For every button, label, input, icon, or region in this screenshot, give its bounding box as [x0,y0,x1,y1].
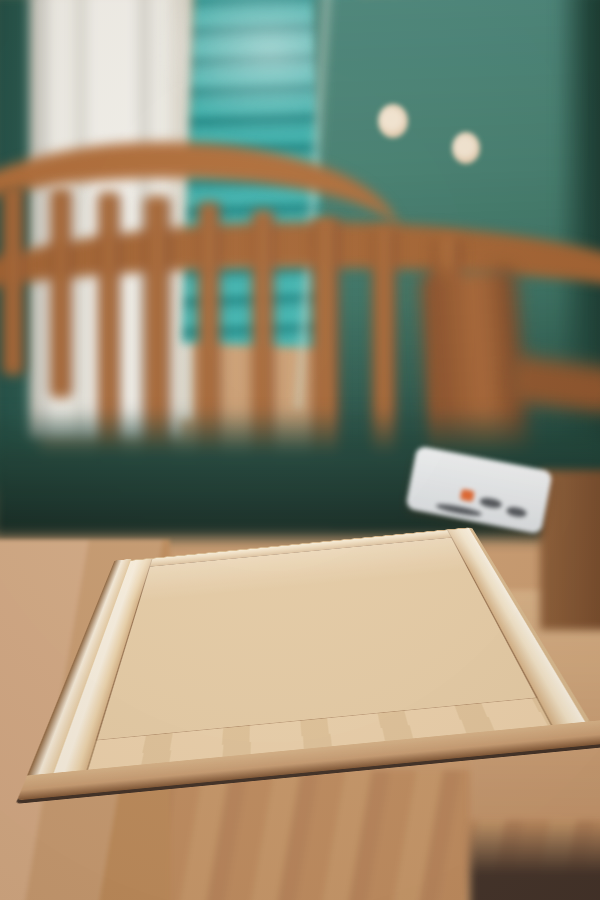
checkerboard-tray [54,528,585,773]
board-rotation-wrapper [0,0,600,900]
board-perspective [131,528,519,900]
table-edge-shadow [470,820,600,900]
photo-scene [0,0,600,900]
